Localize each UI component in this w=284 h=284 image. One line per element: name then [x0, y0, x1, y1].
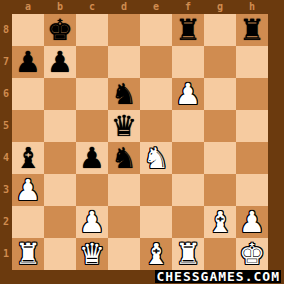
- square-d3: [108, 174, 140, 206]
- square-e8: [140, 14, 172, 46]
- square-g7: [204, 46, 236, 78]
- square-c8: [76, 14, 108, 46]
- square-d2: [108, 206, 140, 238]
- white-pawn-f6: ♟: [175, 80, 201, 109]
- square-d7: [108, 46, 140, 78]
- black-pawn-a7: ♟: [15, 48, 41, 77]
- square-c1: ♛: [76, 238, 108, 270]
- square-d8: [108, 14, 140, 46]
- file-label-g: g: [204, 0, 236, 14]
- square-b1: [44, 238, 76, 270]
- black-knight-d4: ♞: [111, 144, 137, 173]
- white-bishop-g2: ♝: [207, 208, 233, 237]
- chessgames-watermark: CHESSGAMES.COM: [155, 270, 281, 283]
- file-label-c: c: [76, 0, 108, 14]
- square-e3: [140, 174, 172, 206]
- black-rook-h8: ♜: [239, 16, 265, 45]
- square-h7: [236, 46, 268, 78]
- board: ♚♜♜♟♟♞♟♛♝♟♞♞♟♟♝♟♜♛♝♜♚: [12, 14, 268, 270]
- square-c3: [76, 174, 108, 206]
- square-h5: [236, 110, 268, 142]
- white-pawn-h2: ♟: [239, 208, 265, 237]
- file-label-a: a: [12, 0, 44, 14]
- file-label-d: d: [108, 0, 140, 14]
- rank-label-1: 1: [0, 238, 12, 270]
- square-e2: [140, 206, 172, 238]
- square-d1: [108, 238, 140, 270]
- square-c5: [76, 110, 108, 142]
- white-rook-f1: ♜: [175, 240, 201, 269]
- black-knight-d6: ♞: [111, 80, 137, 109]
- square-b6: [44, 78, 76, 110]
- square-h4: [236, 142, 268, 174]
- file-label-h: h: [236, 0, 268, 14]
- square-g6: [204, 78, 236, 110]
- square-a6: [12, 78, 44, 110]
- file-label-e: e: [140, 0, 172, 14]
- square-e6: [140, 78, 172, 110]
- file-label-b: b: [44, 0, 76, 14]
- white-pawn-a3: ♟: [15, 176, 41, 205]
- square-a3: ♟: [12, 174, 44, 206]
- square-b4: [44, 142, 76, 174]
- square-h1: ♚: [236, 238, 268, 270]
- black-rook-f8: ♜: [175, 16, 201, 45]
- square-e1: ♝: [140, 238, 172, 270]
- file-labels: abcdefgh: [12, 0, 268, 14]
- square-g1: [204, 238, 236, 270]
- square-f6: ♟: [172, 78, 204, 110]
- black-bishop-a4: ♝: [15, 144, 41, 173]
- black-queen-d5: ♛: [111, 112, 137, 141]
- white-queen-c1: ♛: [79, 240, 105, 269]
- rank-label-3: 3: [0, 174, 12, 206]
- square-d4: ♞: [108, 142, 140, 174]
- white-king-h1: ♚: [239, 240, 265, 269]
- square-b7: ♟: [44, 46, 76, 78]
- square-a1: ♜: [12, 238, 44, 270]
- square-h8: ♜: [236, 14, 268, 46]
- black-pawn-c4: ♟: [79, 144, 105, 173]
- square-a4: ♝: [12, 142, 44, 174]
- square-g4: [204, 142, 236, 174]
- square-f3: [172, 174, 204, 206]
- square-f2: [172, 206, 204, 238]
- square-f1: ♜: [172, 238, 204, 270]
- white-knight-e4: ♞: [143, 144, 169, 173]
- square-b3: [44, 174, 76, 206]
- rank-label-6: 6: [0, 78, 12, 110]
- rank-label-7: 7: [0, 46, 12, 78]
- square-e5: [140, 110, 172, 142]
- square-f8: ♜: [172, 14, 204, 46]
- square-a2: [12, 206, 44, 238]
- white-bishop-e1: ♝: [143, 240, 169, 269]
- square-b2: [44, 206, 76, 238]
- square-h2: ♟: [236, 206, 268, 238]
- square-a8: [12, 14, 44, 46]
- file-label-f: f: [172, 0, 204, 14]
- rank-label-5: 5: [0, 110, 12, 142]
- square-c4: ♟: [76, 142, 108, 174]
- square-g3: [204, 174, 236, 206]
- square-f5: [172, 110, 204, 142]
- square-a7: ♟: [12, 46, 44, 78]
- square-f4: [172, 142, 204, 174]
- square-b5: [44, 110, 76, 142]
- square-e4: ♞: [140, 142, 172, 174]
- white-rook-a1: ♜: [15, 240, 41, 269]
- square-g2: ♝: [204, 206, 236, 238]
- square-c2: ♟: [76, 206, 108, 238]
- square-g5: [204, 110, 236, 142]
- square-h3: [236, 174, 268, 206]
- rank-label-2: 2: [0, 206, 12, 238]
- black-pawn-b7: ♟: [47, 48, 73, 77]
- square-b8: ♚: [44, 14, 76, 46]
- chess-diagram: abcdefgh 87654321 ♚♜♜♟♟♞♟♛♝♟♞♞♟♟♝♟♜♛♝♜♚ …: [0, 0, 284, 284]
- square-d5: ♛: [108, 110, 140, 142]
- rank-label-8: 8: [0, 14, 12, 46]
- square-f7: [172, 46, 204, 78]
- square-c7: [76, 46, 108, 78]
- black-king-b8: ♚: [47, 16, 73, 45]
- square-a5: [12, 110, 44, 142]
- square-g8: [204, 14, 236, 46]
- square-c6: [76, 78, 108, 110]
- white-pawn-c2: ♟: [79, 208, 105, 237]
- square-d6: ♞: [108, 78, 140, 110]
- rank-label-4: 4: [0, 142, 12, 174]
- square-h6: [236, 78, 268, 110]
- rank-labels: 87654321: [0, 14, 12, 270]
- square-e7: [140, 46, 172, 78]
